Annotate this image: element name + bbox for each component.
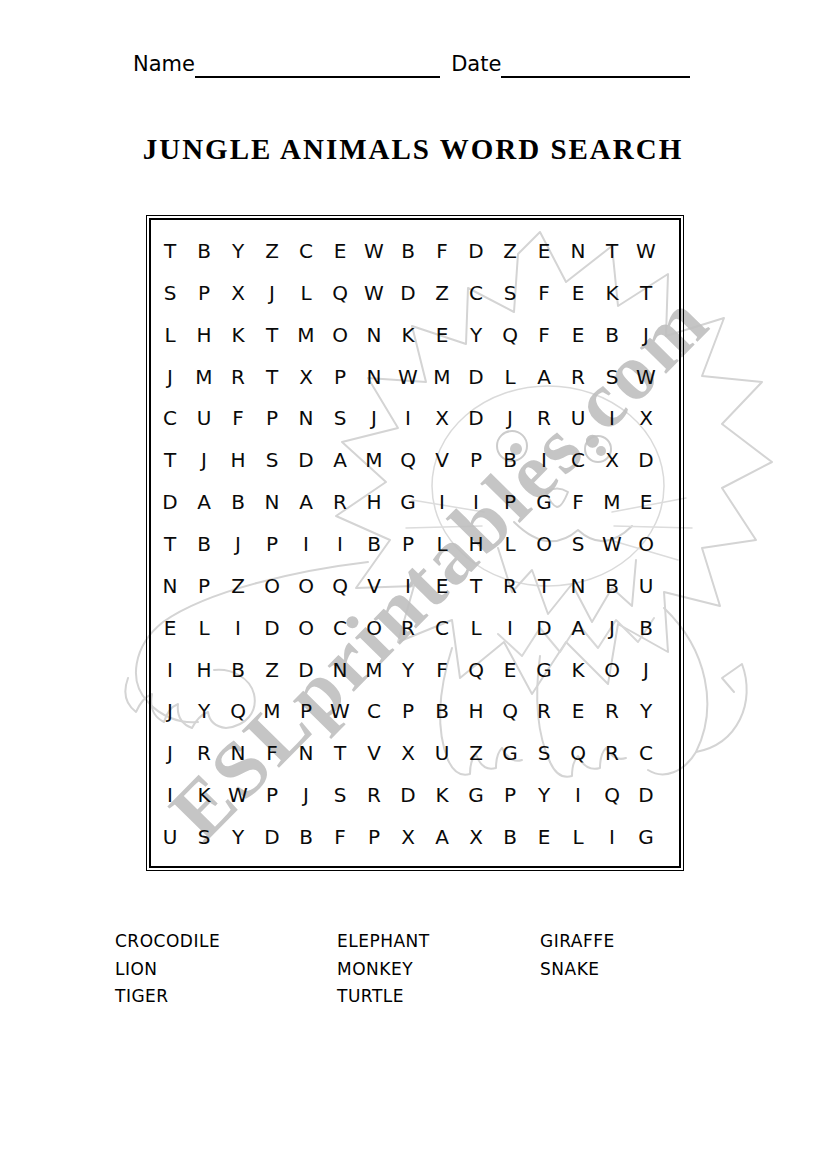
grid-cell-r11c4: Z — [255, 649, 289, 691]
grid-cell-r13c11: G — [493, 732, 527, 774]
grid-cell-r2c6: Q — [323, 272, 357, 314]
grid-cell-r1c2: B — [187, 230, 221, 272]
grid-cell-r9c6: Q — [323, 565, 357, 607]
grid-cell-r3c2: H — [187, 314, 221, 356]
grid-cell-r7c15: E — [629, 481, 663, 523]
grid-cell-r8c15: O — [629, 523, 663, 565]
grid-cell-r1c6: E — [323, 230, 357, 272]
grid-cell-r2c11: S — [493, 272, 527, 314]
grid-cell-r9c4: O — [255, 565, 289, 607]
grid-cell-r11c14: O — [595, 649, 629, 691]
grid-cell-r7c11: P — [493, 481, 527, 523]
grid-cell-r11c1: I — [153, 649, 187, 691]
grid-cell-r12c13: E — [561, 691, 595, 733]
grid-cell-r1c11: Z — [493, 230, 527, 272]
grid-cell-r11c3: B — [221, 649, 255, 691]
grid-cell-r15c5: B — [289, 816, 323, 858]
grid-cell-r4c13: R — [561, 356, 595, 398]
grid-cell-r5c2: U — [187, 397, 221, 439]
grid-cell-r11c15: J — [629, 649, 663, 691]
grid-cell-r6c13: C — [561, 439, 595, 481]
grid-cell-r7c1: D — [153, 481, 187, 523]
grid-cell-r12c4: M — [255, 691, 289, 733]
grid-cell-r3c5: M — [289, 314, 323, 356]
grid-cell-r10c13: A — [561, 607, 595, 649]
grid-cell-r7c10: I — [459, 481, 493, 523]
grid-cell-r11c6: N — [323, 649, 357, 691]
grid-cell-r13c7: V — [357, 732, 391, 774]
grid-cell-r1c5: C — [289, 230, 323, 272]
grid-cell-r13c4: F — [255, 732, 289, 774]
grid-cell-r6c6: A — [323, 439, 357, 481]
grid-cell-r4c9: M — [425, 356, 459, 398]
grid-cell-r14c6: S — [323, 774, 357, 816]
grid-cell-r2c1: S — [153, 272, 187, 314]
grid-cell-r8c2: B — [187, 523, 221, 565]
grid-cell-r8c12: O — [527, 523, 561, 565]
grid-cell-r15c2: S — [187, 816, 221, 858]
grid-cell-r14c12: Y — [527, 774, 561, 816]
grid-cell-r4c4: T — [255, 356, 289, 398]
grid-cell-r5c7: J — [357, 397, 391, 439]
grid-cell-r10c1: E — [153, 607, 187, 649]
grid-cell-r5c1: C — [153, 397, 187, 439]
grid-cell-r15c10: X — [459, 816, 493, 858]
grid-cell-r5c13: U — [561, 397, 595, 439]
grid-cell-r11c9: F — [425, 649, 459, 691]
grid-cell-r5c10: D — [459, 397, 493, 439]
grid-cell-r9c10: T — [459, 565, 493, 607]
grid-cell-r10c12: D — [527, 607, 561, 649]
grid-cell-r12c8: P — [391, 691, 425, 733]
grid-cell-r4c7: N — [357, 356, 391, 398]
grid-cell-r13c2: R — [187, 732, 221, 774]
grid-cell-r6c3: H — [221, 439, 255, 481]
grid-cell-r14c1: I — [153, 774, 187, 816]
grid-cell-r3c9: E — [425, 314, 459, 356]
grid-cell-r1c1: T — [153, 230, 187, 272]
grid-cell-r15c13: L — [561, 816, 595, 858]
grid-cell-r7c3: B — [221, 481, 255, 523]
grid-cell-r15c9: A — [425, 816, 459, 858]
grid-cell-r13c12: S — [527, 732, 561, 774]
grid-cell-r9c15: U — [629, 565, 663, 607]
word-list-item: CROCODILE — [115, 928, 220, 956]
grid-cell-r9c14: B — [595, 565, 629, 607]
grid-cell-r3c13: E — [561, 314, 595, 356]
grid-cell-r10c3: I — [221, 607, 255, 649]
word-list-column-3: GIRAFFESNAKE — [540, 928, 615, 983]
grid-cell-r11c2: H — [187, 649, 221, 691]
grid-cell-r2c13: E — [561, 272, 595, 314]
grid-cell-r14c15: D — [629, 774, 663, 816]
word-list-item: GIRAFFE — [540, 928, 615, 956]
grid-cell-r9c2: P — [187, 565, 221, 607]
grid-cell-r12c11: Q — [493, 691, 527, 733]
grid-cell-r12c6: W — [323, 691, 357, 733]
grid-cell-r10c8: R — [391, 607, 425, 649]
worksheet-page: Name Date JUNGLE ANIMALS WORD SEARCH — [0, 0, 826, 1169]
grid-cell-r12c12: R — [527, 691, 561, 733]
grid-cell-r14c4: P — [255, 774, 289, 816]
grid-cell-r15c1: U — [153, 816, 187, 858]
grid-cell-r3c12: F — [527, 314, 561, 356]
grid-cell-r9c8: I — [391, 565, 425, 607]
grid-cell-r7c8: G — [391, 481, 425, 523]
grid-cell-r15c15: G — [629, 816, 663, 858]
grid-cell-r2c10: C — [459, 272, 493, 314]
grid-cell-r6c9: V — [425, 439, 459, 481]
grid-cell-r15c11: B — [493, 816, 527, 858]
grid-cell-r6c11: B — [493, 439, 527, 481]
word-list-column-2: ELEPHANTMONKEYTURTLE — [337, 928, 430, 1011]
grid-cell-r9c11: R — [493, 565, 527, 607]
grid-cell-r4c3: R — [221, 356, 255, 398]
board-inner-border: TBYZCEWBFDZENTWSPXJLQWDZCSFEKTLHKTMONKEY… — [149, 218, 681, 868]
grid-cell-r9c13: N — [561, 565, 595, 607]
grid-cell-r14c5: J — [289, 774, 323, 816]
word-list-item: SNAKE — [540, 956, 615, 984]
word-list-item: MONKEY — [337, 956, 430, 984]
grid-cell-r5c6: S — [323, 397, 357, 439]
grid-cell-r3c10: Y — [459, 314, 493, 356]
grid-cell-r10c6: C — [323, 607, 357, 649]
grid-cell-r8c3: J — [221, 523, 255, 565]
grid-cell-r11c5: D — [289, 649, 323, 691]
grid-cell-r13c5: N — [289, 732, 323, 774]
grid-cell-r12c1: J — [153, 691, 187, 733]
grid-cell-r13c9: U — [425, 732, 459, 774]
grid-cell-r12c3: Q — [221, 691, 255, 733]
grid-cell-r1c13: N — [561, 230, 595, 272]
grid-cell-r15c14: I — [595, 816, 629, 858]
grid-cell-r4c11: L — [493, 356, 527, 398]
grid-cell-r12c14: R — [595, 691, 629, 733]
grid-cell-r2c2: P — [187, 272, 221, 314]
grid-cell-r10c4: D — [255, 607, 289, 649]
grid-cell-r12c15: Y — [629, 691, 663, 733]
grid-cell-r8c8: P — [391, 523, 425, 565]
grid-cell-r4c10: D — [459, 356, 493, 398]
grid-cell-r13c10: Z — [459, 732, 493, 774]
grid-cell-r3c8: K — [391, 314, 425, 356]
word-list-item: TIGER — [115, 983, 220, 1011]
grid-cell-r6c12: I — [527, 439, 561, 481]
grid-cell-r8c11: L — [493, 523, 527, 565]
grid-cell-r3c6: O — [323, 314, 357, 356]
grid-cell-r10c2: L — [187, 607, 221, 649]
grid-cell-r13c14: R — [595, 732, 629, 774]
word-list-item: LION — [115, 956, 220, 984]
grid-cell-r13c1: J — [153, 732, 187, 774]
grid-cell-r4c6: P — [323, 356, 357, 398]
grid-cell-r7c6: R — [323, 481, 357, 523]
word-list: CROCODILELIONTIGERELEPHANTMONKEYTURTLEGI… — [0, 928, 826, 1028]
grid-cell-r3c1: L — [153, 314, 187, 356]
grid-cell-r12c7: C — [357, 691, 391, 733]
grid-cell-r2c7: W — [357, 272, 391, 314]
grid-cell-r2c8: D — [391, 272, 425, 314]
grid-cell-r12c5: P — [289, 691, 323, 733]
grid-cell-r2c9: Z — [425, 272, 459, 314]
grid-cell-r6c8: Q — [391, 439, 425, 481]
grid-cell-r10c11: I — [493, 607, 527, 649]
grid-cell-r2c14: K — [595, 272, 629, 314]
grid-cell-r5c11: J — [493, 397, 527, 439]
grid-cell-r2c12: F — [527, 272, 561, 314]
grid-cell-r11c12: G — [527, 649, 561, 691]
grid-cell-r1c4: Z — [255, 230, 289, 272]
grid-cell-r10c14: J — [595, 607, 629, 649]
grid-cell-r10c15: B — [629, 607, 663, 649]
grid-cell-r4c1: J — [153, 356, 187, 398]
grid-cell-r8c9: L — [425, 523, 459, 565]
word-list-column-1: CROCODILELIONTIGER — [115, 928, 220, 1011]
grid-cell-r14c14: Q — [595, 774, 629, 816]
grid-cell-r11c7: M — [357, 649, 391, 691]
grid-cell-r8c5: I — [289, 523, 323, 565]
grid-cell-r4c14: S — [595, 356, 629, 398]
grid-cell-r14c8: D — [391, 774, 425, 816]
grid-cell-r11c11: E — [493, 649, 527, 691]
grid-cell-r10c7: O — [357, 607, 391, 649]
grid-cell-r10c9: C — [425, 607, 459, 649]
grid-cell-r12c10: H — [459, 691, 493, 733]
grid-cell-r7c4: N — [255, 481, 289, 523]
grid-cell-r9c9: E — [425, 565, 459, 607]
grid-cell-r7c14: M — [595, 481, 629, 523]
grid-cell-r11c10: Q — [459, 649, 493, 691]
grid-cell-r5c8: I — [391, 397, 425, 439]
grid-cell-r7c9: I — [425, 481, 459, 523]
grid-cell-r1c9: F — [425, 230, 459, 272]
letter-grid: TBYZCEWBFDZENTWSPXJLQWDZCSFEKTLHKTMONKEY… — [153, 230, 663, 858]
grid-cell-r8c13: S — [561, 523, 595, 565]
grid-cell-r13c13: Q — [561, 732, 595, 774]
grid-cell-r10c10: L — [459, 607, 493, 649]
grid-cell-r1c12: E — [527, 230, 561, 272]
grid-cell-r5c3: F — [221, 397, 255, 439]
grid-cell-r4c15: W — [629, 356, 663, 398]
grid-cell-r1c8: B — [391, 230, 425, 272]
grid-cell-r8c1: T — [153, 523, 187, 565]
grid-cell-r7c2: A — [187, 481, 221, 523]
grid-cell-r9c12: T — [527, 565, 561, 607]
grid-cell-r3c14: B — [595, 314, 629, 356]
grid-cell-r5c12: R — [527, 397, 561, 439]
word-list-item: ELEPHANT — [337, 928, 430, 956]
grid-cell-r4c12: A — [527, 356, 561, 398]
grid-cell-r6c14: X — [595, 439, 629, 481]
grid-cell-r4c2: M — [187, 356, 221, 398]
grid-cell-r6c7: M — [357, 439, 391, 481]
grid-cell-r3c3: K — [221, 314, 255, 356]
grid-cell-r3c4: T — [255, 314, 289, 356]
grid-cell-r1c15: W — [629, 230, 663, 272]
grid-cell-r8c7: B — [357, 523, 391, 565]
grid-cell-r9c3: Z — [221, 565, 255, 607]
grid-cell-r8c14: W — [595, 523, 629, 565]
grid-cell-r4c5: X — [289, 356, 323, 398]
grid-cell-r6c5: D — [289, 439, 323, 481]
grid-cell-r13c15: C — [629, 732, 663, 774]
grid-cell-r8c10: H — [459, 523, 493, 565]
grid-cell-r14c11: P — [493, 774, 527, 816]
word-list-item: TURTLE — [337, 983, 430, 1011]
grid-cell-r3c11: Q — [493, 314, 527, 356]
grid-cell-r1c10: D — [459, 230, 493, 272]
grid-cell-r2c15: T — [629, 272, 663, 314]
grid-cell-r7c13: F — [561, 481, 595, 523]
grid-cell-r14c2: K — [187, 774, 221, 816]
grid-cell-r2c4: J — [255, 272, 289, 314]
grid-cell-r6c2: J — [187, 439, 221, 481]
grid-cell-r11c13: K — [561, 649, 595, 691]
grid-cell-r14c13: I — [561, 774, 595, 816]
grid-cell-r7c12: G — [527, 481, 561, 523]
grid-cell-r13c3: N — [221, 732, 255, 774]
grid-cell-r9c5: O — [289, 565, 323, 607]
grid-cell-r6c1: T — [153, 439, 187, 481]
grid-cell-r6c4: S — [255, 439, 289, 481]
grid-cell-r13c8: X — [391, 732, 425, 774]
grid-cell-r15c6: F — [323, 816, 357, 858]
grid-cell-r12c9: B — [425, 691, 459, 733]
grid-cell-r4c8: W — [391, 356, 425, 398]
grid-cell-r5c5: N — [289, 397, 323, 439]
grid-cell-r3c7: N — [357, 314, 391, 356]
grid-cell-r7c7: H — [357, 481, 391, 523]
grid-cell-r1c14: T — [595, 230, 629, 272]
grid-cell-r6c10: P — [459, 439, 493, 481]
grid-cell-r6c15: D — [629, 439, 663, 481]
grid-cell-r15c12: E — [527, 816, 561, 858]
grid-cell-r10c5: O — [289, 607, 323, 649]
grid-cell-r9c1: N — [153, 565, 187, 607]
grid-cell-r1c3: Y — [221, 230, 255, 272]
grid-cell-r2c3: X — [221, 272, 255, 314]
grid-cell-r14c7: R — [357, 774, 391, 816]
grid-cell-r15c4: D — [255, 816, 289, 858]
grid-cell-r15c7: P — [357, 816, 391, 858]
word-search-board: TBYZCEWBFDZENTWSPXJLQWDZCSFEKTLHKTMONKEY… — [146, 215, 684, 871]
grid-cell-r13c6: T — [323, 732, 357, 774]
grid-cell-r14c3: W — [221, 774, 255, 816]
grid-cell-r14c9: K — [425, 774, 459, 816]
grid-cell-r14c10: G — [459, 774, 493, 816]
grid-cell-r3c15: J — [629, 314, 663, 356]
grid-cell-r15c3: Y — [221, 816, 255, 858]
grid-cell-r5c14: I — [595, 397, 629, 439]
grid-cell-r1c7: W — [357, 230, 391, 272]
grid-cell-r2c5: L — [289, 272, 323, 314]
grid-cell-r8c6: I — [323, 523, 357, 565]
grid-cell-r5c4: P — [255, 397, 289, 439]
grid-cell-r15c8: X — [391, 816, 425, 858]
grid-cell-r5c15: X — [629, 397, 663, 439]
grid-cell-r9c7: V — [357, 565, 391, 607]
grid-cell-r8c4: P — [255, 523, 289, 565]
grid-cell-r5c9: X — [425, 397, 459, 439]
grid-cell-r12c2: Y — [187, 691, 221, 733]
grid-cell-r11c8: Y — [391, 649, 425, 691]
grid-cell-r7c5: A — [289, 481, 323, 523]
